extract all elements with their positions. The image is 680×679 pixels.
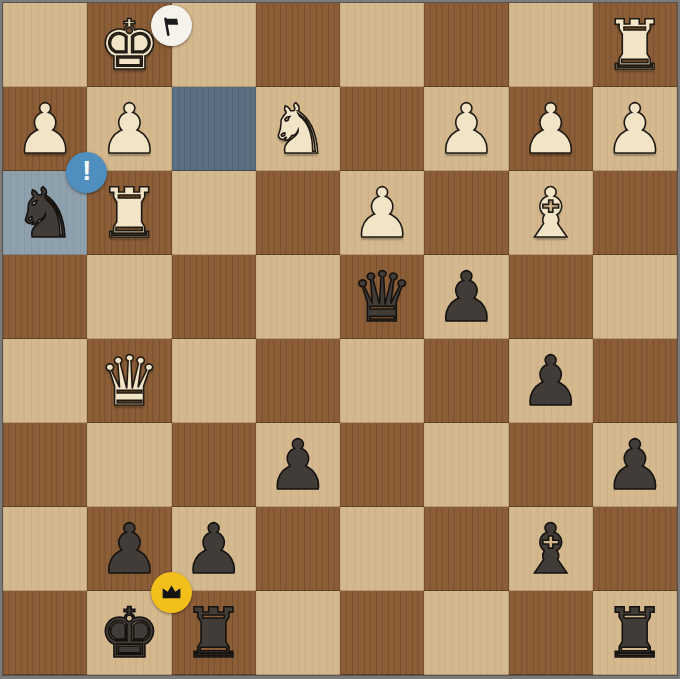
black-bishop[interactable]: ♝ (509, 507, 593, 591)
square-c3[interactable] (424, 171, 508, 255)
square-h6[interactable] (3, 423, 87, 507)
white-pawn[interactable]: ♟ (424, 87, 508, 171)
square-a1[interactable]: ♜ (593, 3, 677, 87)
square-c8[interactable] (424, 591, 508, 675)
square-d7[interactable] (340, 507, 424, 591)
square-a2[interactable]: ♟ (593, 87, 677, 171)
square-a5[interactable] (593, 339, 677, 423)
board-frame: ♚♜♟♟♞♟♟♟♞!♜♟♝♛♟♛♟♟♟♟♟♝♚♜♜ (0, 0, 680, 679)
square-b5[interactable]: ♟ (509, 339, 593, 423)
black-pawn[interactable]: ♟ (424, 255, 508, 339)
square-a4[interactable] (593, 255, 677, 339)
square-d4[interactable]: ♛ (340, 255, 424, 339)
white-pawn[interactable]: ♟ (593, 87, 677, 171)
white-knight[interactable]: ♞ (256, 87, 340, 171)
square-h5[interactable] (3, 339, 87, 423)
square-c4[interactable]: ♟ (424, 255, 508, 339)
square-d6[interactable] (340, 423, 424, 507)
square-c2[interactable]: ♟ (424, 87, 508, 171)
square-f6[interactable] (172, 423, 256, 507)
square-b2[interactable]: ♟ (509, 87, 593, 171)
flag-icon (158, 12, 185, 39)
square-a7[interactable] (593, 507, 677, 591)
square-d3[interactable]: ♟ (340, 171, 424, 255)
square-b8[interactable] (509, 591, 593, 675)
square-h8[interactable] (3, 591, 87, 675)
square-e4[interactable] (256, 255, 340, 339)
square-g5[interactable]: ♛ (87, 339, 171, 423)
white-rook[interactable]: ♜ (593, 3, 677, 87)
square-e7[interactable] (256, 507, 340, 591)
square-f2[interactable] (172, 87, 256, 171)
black-rook[interactable]: ♜ (593, 591, 677, 675)
white-queen[interactable]: ♛ (87, 339, 171, 423)
square-e1[interactable] (256, 3, 340, 87)
square-e3[interactable] (256, 171, 340, 255)
black-queen[interactable]: ♛ (340, 255, 424, 339)
square-b4[interactable] (509, 255, 593, 339)
square-c5[interactable] (424, 339, 508, 423)
white-pawn[interactable]: ♟ (340, 171, 424, 255)
square-f4[interactable] (172, 255, 256, 339)
exclamation-icon: ! (82, 158, 91, 185)
black-pawn[interactable]: ♟ (593, 423, 677, 507)
square-g1[interactable]: ♚ (87, 3, 171, 87)
square-h4[interactable] (3, 255, 87, 339)
square-d5[interactable] (340, 339, 424, 423)
square-e2[interactable]: ♞ (256, 87, 340, 171)
square-a3[interactable] (593, 171, 677, 255)
white-pawn[interactable]: ♟ (509, 87, 593, 171)
square-c6[interactable] (424, 423, 508, 507)
square-d2[interactable] (340, 87, 424, 171)
chess-board[interactable]: ♚♜♟♟♞♟♟♟♞!♜♟♝♛♟♛♟♟♟♟♟♝♚♜♜ (3, 3, 677, 675)
square-c7[interactable] (424, 507, 508, 591)
black-pawn[interactable]: ♟ (509, 339, 593, 423)
square-b7[interactable]: ♝ (509, 507, 593, 591)
flag-badge (151, 5, 192, 46)
square-h3[interactable]: ♞! (3, 171, 87, 255)
square-e5[interactable] (256, 339, 340, 423)
square-g8[interactable]: ♚ (87, 591, 171, 675)
square-d8[interactable] (340, 591, 424, 675)
square-e6[interactable]: ♟ (256, 423, 340, 507)
black-pawn[interactable]: ♟ (256, 423, 340, 507)
square-f5[interactable] (172, 339, 256, 423)
square-b1[interactable] (509, 3, 593, 87)
square-a6[interactable]: ♟ (593, 423, 677, 507)
square-b6[interactable] (509, 423, 593, 507)
square-h7[interactable] (3, 507, 87, 591)
square-a8[interactable]: ♜ (593, 591, 677, 675)
crown-icon (159, 580, 184, 605)
square-b3[interactable]: ♝ (509, 171, 593, 255)
square-c1[interactable] (424, 3, 508, 87)
square-h1[interactable] (3, 3, 87, 87)
winner-badge (151, 572, 192, 613)
square-f3[interactable] (172, 171, 256, 255)
white-bishop[interactable]: ♝ (509, 171, 593, 255)
square-d1[interactable] (340, 3, 424, 87)
square-g6[interactable] (87, 423, 171, 507)
square-e8[interactable] (256, 591, 340, 675)
square-g4[interactable] (87, 255, 171, 339)
great-move-badge: ! (66, 152, 107, 193)
